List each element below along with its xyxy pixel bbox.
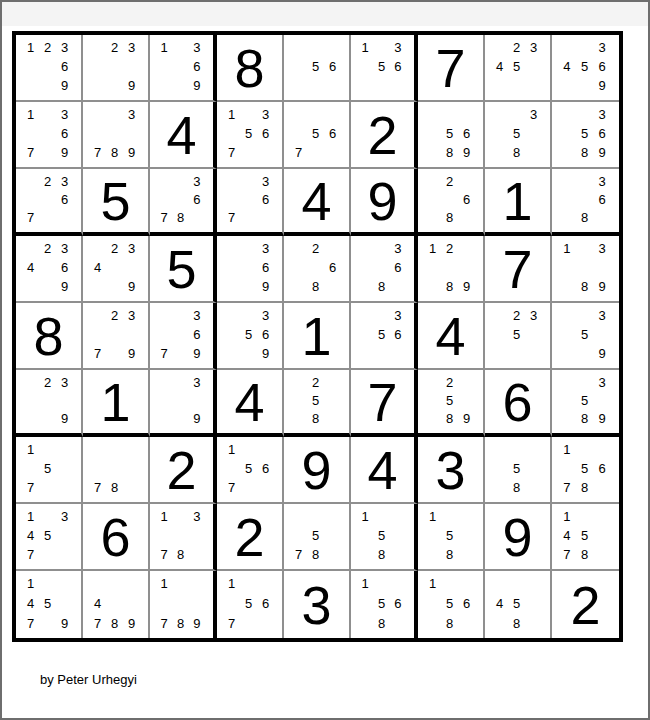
candidate-9: 9: [56, 143, 73, 162]
cell-r7c6[interactable]: 4: [351, 437, 418, 504]
cell-r3c9[interactable]: 368: [552, 169, 619, 236]
candidate-8: 8: [508, 478, 525, 497]
cell-r8c5[interactable]: 578: [284, 504, 351, 571]
candidate-8: 8: [441, 143, 458, 162]
cell-r2c7[interactable]: 5689: [418, 102, 485, 169]
candidate-5: 5: [307, 124, 324, 143]
cell-r1c2[interactable]: 239: [83, 35, 150, 102]
cell-r6c6[interactable]: 7: [351, 370, 418, 437]
candidate-9: 9: [189, 344, 205, 363]
candidate-5: 5: [373, 594, 389, 614]
pencil-marks: 3679: [150, 303, 213, 368]
candidate-7: 7: [89, 344, 106, 363]
candidate-8: 8: [172, 613, 188, 633]
cell-value: 9: [502, 510, 532, 564]
pencil-marks: 268: [418, 169, 483, 232]
cell-r4c2[interactable]: 2349: [83, 236, 150, 303]
cell-r2c5[interactable]: 567: [284, 102, 351, 169]
pencil-marks: 5689: [418, 102, 483, 167]
candidate-8: 8: [576, 277, 594, 296]
cell-r1c1[interactable]: 12369: [16, 35, 83, 102]
cell-r4c1[interactable]: 23469: [16, 236, 83, 303]
cell-value: 6: [100, 510, 130, 564]
candidate-6: 6: [593, 190, 611, 208]
pencil-marks: 158: [418, 504, 483, 569]
candidate-2: 2: [441, 172, 458, 190]
cell-r3c8[interactable]: 1: [485, 169, 552, 236]
candidate-5: 5: [441, 391, 458, 409]
candidate-6: 6: [257, 459, 274, 478]
candidate-5: 5: [508, 124, 525, 143]
candidate-6: 6: [324, 57, 341, 76]
candidate-9: 9: [56, 613, 73, 633]
candidate-9: 9: [458, 143, 475, 162]
pencil-marks: 268: [284, 236, 349, 301]
candidate-1: 1: [357, 574, 373, 594]
cell-r5c2[interactable]: 2379: [83, 303, 150, 370]
candidate-5: 5: [441, 526, 458, 545]
pencil-marks: 157: [16, 437, 81, 502]
cell-r8c9[interactable]: 14578: [552, 504, 619, 571]
cell-r2c1[interactable]: 13679: [16, 102, 83, 169]
pencil-marks: 39: [150, 370, 213, 433]
cell-r6c2[interactable]: 1: [83, 370, 150, 437]
candidate-5: 5: [508, 325, 525, 344]
pencil-marks: 12369: [16, 35, 81, 100]
pencil-marks: 258: [284, 370, 349, 433]
candidate-3: 3: [593, 373, 611, 391]
candidate-9: 9: [123, 613, 140, 633]
candidate-5: 5: [307, 391, 324, 409]
cell-value: 4: [166, 108, 196, 162]
cell-r8c6[interactable]: 158: [351, 504, 418, 571]
candidate-5: 5: [39, 459, 56, 478]
candidate-7: 7: [223, 478, 240, 497]
candidate-9: 9: [56, 410, 73, 428]
candidate-9: 9: [123, 344, 140, 363]
cell-r3c6[interactable]: 9: [351, 169, 418, 236]
candidate-3: 3: [593, 239, 611, 258]
candidate-2: 2: [441, 239, 458, 258]
cell-r5c3[interactable]: 3679: [150, 303, 217, 370]
cell-r5c8[interactable]: 235: [485, 303, 552, 370]
cell-r5c4[interactable]: 3569: [217, 303, 284, 370]
cell-r7c9[interactable]: 15678: [552, 437, 619, 504]
candidate-3: 3: [257, 172, 274, 190]
candidate-1: 1: [22, 38, 39, 57]
candidate-1: 1: [156, 574, 172, 594]
candidate-1: 1: [22, 507, 39, 526]
candidate-8: 8: [576, 545, 594, 564]
candidate-5: 5: [373, 57, 389, 76]
candidate-4: 4: [558, 57, 576, 76]
candidate-3: 3: [123, 38, 140, 57]
pencil-marks: 578: [284, 504, 349, 569]
cell-value: 7: [435, 41, 465, 95]
candidate-5: 5: [508, 594, 525, 614]
pencil-marks: 458: [485, 571, 550, 638]
candidate-5: 5: [240, 325, 257, 344]
pencil-marks: 3569: [217, 303, 282, 368]
candidate-6: 6: [56, 57, 73, 76]
cell-r1c5[interactable]: 56: [284, 35, 351, 102]
candidate-7: 7: [22, 143, 39, 162]
candidate-5: 5: [373, 526, 389, 545]
candidate-8: 8: [106, 613, 123, 633]
candidate-4: 4: [491, 57, 508, 76]
cell-r9c8[interactable]: 458: [485, 571, 552, 638]
candidate-5: 5: [576, 57, 594, 76]
candidate-3: 3: [56, 38, 73, 57]
candidate-6: 6: [458, 190, 475, 208]
candidate-5: 5: [39, 594, 56, 614]
pencil-marks: 235: [485, 303, 550, 368]
candidate-3: 3: [593, 172, 611, 190]
candidate-7: 7: [558, 545, 576, 564]
candidate-7: 7: [156, 209, 172, 227]
cell-r1c9[interactable]: 34569: [552, 35, 619, 102]
candidate-2: 2: [106, 306, 123, 325]
candidate-3: 3: [257, 239, 274, 258]
candidate-7: 7: [558, 478, 576, 497]
candidate-4: 4: [22, 526, 39, 545]
candidate-5: 5: [307, 526, 324, 545]
cell-r4c8[interactable]: 7: [485, 236, 552, 303]
candidate-3: 3: [123, 239, 140, 258]
cell-r6c1[interactable]: 239: [16, 370, 83, 437]
candidate-2: 2: [39, 239, 56, 258]
pencil-marks: 1567: [217, 437, 282, 502]
pencil-marks: 368: [552, 169, 619, 232]
candidate-2: 2: [441, 373, 458, 391]
cell-r6c4[interactable]: 4: [217, 370, 284, 437]
candidate-6: 6: [324, 258, 341, 277]
candidate-1: 1: [357, 38, 373, 57]
candidate-3: 3: [525, 38, 542, 57]
pencil-marks: 2345: [485, 35, 550, 100]
candidate-4: 4: [22, 258, 39, 277]
candidate-7: 7: [156, 613, 172, 633]
candidate-6: 6: [257, 258, 274, 277]
candidate-9: 9: [593, 410, 611, 428]
cell-value: 1: [502, 174, 532, 228]
candidate-2: 2: [39, 373, 56, 391]
pencil-marks: 14578: [552, 504, 619, 569]
candidate-6: 6: [390, 258, 406, 277]
cell-r5c9[interactable]: 359: [552, 303, 619, 370]
candidate-4: 4: [558, 526, 576, 545]
candidate-3: 3: [56, 239, 73, 258]
cell-r3c2[interactable]: 5: [83, 169, 150, 236]
candidate-9: 9: [123, 277, 140, 296]
candidate-7: 7: [89, 143, 106, 162]
candidate-1: 1: [424, 507, 441, 526]
candidate-9: 9: [593, 76, 611, 95]
cell-r1c4[interactable]: 8: [217, 35, 284, 102]
candidate-9: 9: [593, 344, 611, 363]
candidate-5: 5: [508, 459, 525, 478]
cell-r5c5[interactable]: 1: [284, 303, 351, 370]
candidate-8: 8: [441, 277, 458, 296]
candidate-3: 3: [189, 38, 205, 57]
candidate-6: 6: [189, 57, 205, 76]
pencil-marks: 1789: [150, 571, 213, 638]
candidate-3: 3: [189, 373, 205, 391]
candidate-1: 1: [22, 105, 39, 124]
cell-r7c7[interactable]: 3: [418, 437, 485, 504]
cell-r1c7[interactable]: 7: [418, 35, 485, 102]
cell-value: 4: [234, 375, 264, 429]
cell-r5c6[interactable]: 356: [351, 303, 418, 370]
cell-r3c3[interactable]: 3678: [150, 169, 217, 236]
pencil-marks: 13679: [16, 102, 81, 167]
candidate-2: 2: [307, 373, 324, 391]
candidate-1: 1: [156, 507, 172, 526]
candidate-3: 3: [257, 306, 274, 325]
cell-r4c4[interactable]: 369: [217, 236, 284, 303]
candidate-8: 8: [307, 410, 324, 428]
candidate-9: 9: [458, 277, 475, 296]
cell-value: 7: [502, 242, 532, 296]
candidate-8: 8: [373, 545, 389, 564]
cell-r9c5[interactable]: 3: [284, 571, 351, 638]
candidate-6: 6: [324, 124, 341, 143]
candidate-9: 9: [189, 76, 205, 95]
pencil-marks: 78: [83, 437, 148, 502]
cell-r6c3[interactable]: 39: [150, 370, 217, 437]
cell-r3c4[interactable]: 367: [217, 169, 284, 236]
pencil-marks: 2349: [83, 236, 148, 301]
cell-r4c5[interactable]: 268: [284, 236, 351, 303]
candidate-1: 1: [558, 440, 576, 459]
cell-r4c7[interactable]: 1289: [418, 236, 485, 303]
candidate-8: 8: [576, 410, 594, 428]
candidate-7: 7: [22, 545, 39, 564]
candidate-3: 3: [390, 38, 406, 57]
candidate-2: 2: [508, 306, 525, 325]
cell-r8c8[interactable]: 9: [485, 504, 552, 571]
candidate-2: 2: [106, 38, 123, 57]
candidate-8: 8: [106, 478, 123, 497]
candidate-9: 9: [56, 277, 73, 296]
candidate-2: 2: [39, 38, 56, 57]
cell-value: 4: [301, 174, 331, 228]
pencil-marks: 35689: [552, 102, 619, 167]
candidate-6: 6: [390, 57, 406, 76]
candidate-4: 4: [89, 594, 106, 614]
candidate-6: 6: [189, 325, 205, 344]
candidate-4: 4: [491, 594, 508, 614]
cell-r2c6[interactable]: 2: [351, 102, 418, 169]
cell-r9c7[interactable]: 1568: [418, 571, 485, 638]
cell-r1c6[interactable]: 1356: [351, 35, 418, 102]
cell-r7c1[interactable]: 157: [16, 437, 83, 504]
cell-value: 2: [570, 578, 600, 632]
candidate-5: 5: [307, 57, 324, 76]
cell-r2c8[interactable]: 358: [485, 102, 552, 169]
candidate-6: 6: [257, 190, 274, 208]
cell-r7c3[interactable]: 2: [150, 437, 217, 504]
candidate-8: 8: [576, 478, 594, 497]
cell-r4c6[interactable]: 368: [351, 236, 418, 303]
cell-value: 7: [367, 375, 397, 429]
cell-r3c1[interactable]: 2367: [16, 169, 83, 236]
cell-value: 2: [234, 510, 264, 564]
candidate-6: 6: [56, 258, 73, 277]
cell-r5c1[interactable]: 8: [16, 303, 83, 370]
candidate-3: 3: [123, 306, 140, 325]
pencil-marks: 1567: [217, 571, 282, 638]
cell-r7c8[interactable]: 58: [485, 437, 552, 504]
pencil-marks: 367: [217, 169, 282, 232]
candidate-3: 3: [56, 507, 73, 526]
candidate-5: 5: [576, 391, 594, 409]
cell-r4c9[interactable]: 1389: [552, 236, 619, 303]
candidate-6: 6: [257, 124, 274, 143]
cell-value: 9: [301, 443, 331, 497]
candidate-1: 1: [223, 440, 240, 459]
candidate-3: 3: [593, 105, 611, 124]
cell-value: 5: [100, 174, 130, 228]
cell-r1c8[interactable]: 2345: [485, 35, 552, 102]
cell-r3c7[interactable]: 268: [418, 169, 485, 236]
cell-r9c6[interactable]: 1568: [351, 571, 418, 638]
candidate-8: 8: [508, 143, 525, 162]
candidate-1: 1: [558, 239, 576, 258]
cell-r8c3[interactable]: 1378: [150, 504, 217, 571]
pencil-marks: 2589: [418, 370, 483, 433]
cell-r9c9[interactable]: 2: [552, 571, 619, 638]
candidate-5: 5: [373, 325, 389, 344]
candidate-9: 9: [189, 410, 205, 428]
candidate-9: 9: [257, 344, 274, 363]
candidate-5: 5: [240, 459, 257, 478]
cell-r6c8[interactable]: 6: [485, 370, 552, 437]
candidate-9: 9: [458, 410, 475, 428]
candidate-6: 6: [390, 325, 406, 344]
cell-r2c9[interactable]: 35689: [552, 102, 619, 169]
cell-r5c7[interactable]: 4: [418, 303, 485, 370]
pencil-marks: 2367: [16, 169, 81, 232]
candidate-4: 4: [22, 594, 39, 614]
candidate-3: 3: [525, 105, 542, 124]
pencil-marks: 2379: [83, 303, 148, 368]
cell-r9c3[interactable]: 1789: [150, 571, 217, 638]
credit-text: by Peter Urhegyi: [40, 672, 648, 687]
candidate-7: 7: [223, 143, 240, 162]
candidate-5: 5: [576, 459, 594, 478]
candidate-5: 5: [576, 124, 594, 143]
candidate-8: 8: [106, 143, 123, 162]
candidate-5: 5: [240, 594, 257, 614]
candidate-9: 9: [593, 143, 611, 162]
candidate-8: 8: [373, 277, 389, 296]
cell-r7c5[interactable]: 9: [284, 437, 351, 504]
pencil-marks: 1369: [150, 35, 213, 100]
pencil-marks: 58: [485, 437, 550, 502]
cell-value: 2: [166, 443, 196, 497]
candidate-1: 1: [424, 574, 441, 594]
cell-r1c3[interactable]: 1369: [150, 35, 217, 102]
candidate-7: 7: [223, 613, 240, 633]
candidate-8: 8: [576, 209, 594, 227]
candidate-3: 3: [56, 373, 73, 391]
cell-r6c5[interactable]: 258: [284, 370, 351, 437]
pencil-marks: 15678: [552, 437, 619, 502]
candidate-9: 9: [56, 76, 73, 95]
cell-value: 1: [301, 309, 331, 363]
pencil-marks: 1568: [351, 571, 414, 638]
pencil-marks: 369: [217, 236, 282, 301]
cell-r4c3[interactable]: 5: [150, 236, 217, 303]
pencil-marks: 1389: [552, 236, 619, 301]
candidate-1: 1: [156, 38, 172, 57]
cell-value: 8: [234, 41, 264, 95]
cell-r8c2[interactable]: 6: [83, 504, 150, 571]
candidate-8: 8: [441, 410, 458, 428]
cell-r7c2[interactable]: 78: [83, 437, 150, 504]
cell-value: 3: [435, 443, 465, 497]
candidate-8: 8: [307, 277, 324, 296]
cell-value: 4: [367, 443, 397, 497]
candidate-9: 9: [189, 613, 205, 633]
cell-r3c5[interactable]: 4: [284, 169, 351, 236]
cell-r9c1[interactable]: 14579: [16, 571, 83, 638]
cell-r2c4[interactable]: 13567: [217, 102, 284, 169]
candidate-1: 1: [558, 507, 576, 526]
candidate-2: 2: [39, 172, 56, 190]
candidate-5: 5: [508, 57, 525, 76]
cell-r8c7[interactable]: 158: [418, 504, 485, 571]
pencil-marks: 239: [83, 35, 148, 100]
candidate-7: 7: [89, 613, 106, 633]
candidate-8: 8: [307, 545, 324, 564]
cell-r7c4[interactable]: 1567: [217, 437, 284, 504]
cell-r6c9[interactable]: 3589: [552, 370, 619, 437]
candidate-1: 1: [223, 574, 240, 594]
candidate-7: 7: [156, 545, 172, 564]
candidate-1: 1: [22, 574, 39, 594]
pencil-marks: 368: [351, 236, 414, 301]
candidate-7: 7: [22, 209, 39, 227]
candidate-8: 8: [172, 545, 188, 564]
header-bar: [2, 2, 648, 26]
pencil-marks: 1378: [150, 504, 213, 569]
pencil-marks: 3589: [552, 370, 619, 433]
candidate-6: 6: [257, 594, 274, 614]
cell-r6c7[interactable]: 2589: [418, 370, 485, 437]
cell-value: 1: [100, 375, 130, 429]
candidate-6: 6: [56, 124, 73, 143]
cell-r2c2[interactable]: 3789: [83, 102, 150, 169]
candidate-7: 7: [156, 344, 172, 363]
cell-r9c4[interactable]: 1567: [217, 571, 284, 638]
candidate-7: 7: [223, 209, 240, 227]
pencil-marks: 1568: [418, 571, 483, 638]
candidate-4: 4: [89, 258, 106, 277]
cell-r8c1[interactable]: 13457: [16, 504, 83, 571]
candidate-3: 3: [123, 105, 140, 124]
candidate-5: 5: [240, 124, 257, 143]
candidate-3: 3: [189, 306, 205, 325]
cell-value: 2: [367, 108, 397, 162]
cell-r9c2[interactable]: 4789: [83, 571, 150, 638]
cell-value: 5: [166, 242, 196, 296]
cell-r8c4[interactable]: 2: [217, 504, 284, 571]
candidate-1: 1: [424, 239, 441, 258]
candidate-3: 3: [390, 306, 406, 325]
cell-r2c3[interactable]: 4: [150, 102, 217, 169]
